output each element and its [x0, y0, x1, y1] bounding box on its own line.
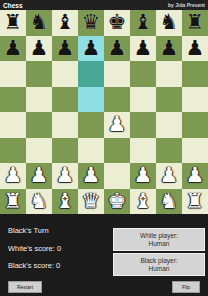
square-c8[interactable]: ♝ [52, 10, 78, 36]
square-g1[interactable]: ♞ [156, 189, 182, 215]
white-player-value: Human [149, 240, 170, 248]
black-rook-h8: ♜ [186, 10, 205, 35]
square-f7[interactable]: ♟ [130, 36, 156, 62]
white-rook-a1: ♜ [4, 189, 23, 214]
square-a2[interactable]: ♟ [0, 163, 26, 189]
white-pawn-d2: ♟ [82, 163, 101, 188]
square-d6[interactable] [78, 61, 104, 87]
white-player-selector[interactable]: White player: Human [113, 228, 205, 251]
black-bishop-f8: ♝ [134, 10, 153, 35]
black-pawn-a7: ♟ [4, 36, 23, 61]
black-pawn-d7: ♟ [82, 36, 101, 61]
square-e1[interactable]: ♚ [104, 189, 130, 215]
square-d5[interactable] [78, 87, 104, 113]
white-player-label: White player: [140, 232, 178, 240]
square-h3[interactable] [182, 138, 208, 164]
white-pawn-e4: ♟ [108, 112, 127, 137]
black-pawn-h7: ♟ [186, 36, 205, 61]
square-f1[interactable]: ♝ [130, 189, 156, 215]
square-h4[interactable] [182, 112, 208, 138]
square-b1[interactable]: ♞ [26, 189, 52, 215]
square-d2[interactable]: ♟ [78, 163, 104, 189]
white-knight-b1: ♞ [30, 189, 49, 214]
black-score-text: Black's score: 0 [8, 261, 60, 270]
square-c5[interactable] [52, 87, 78, 113]
square-c2[interactable]: ♟ [52, 163, 78, 189]
square-g2[interactable]: ♟ [156, 163, 182, 189]
white-pawn-a2: ♟ [4, 163, 23, 188]
square-e4[interactable]: ♟ [104, 112, 130, 138]
square-b2[interactable]: ♟ [26, 163, 52, 189]
square-b3[interactable] [26, 138, 52, 164]
white-score-text: White's score: 0 [8, 244, 61, 253]
black-king-e8: ♚ [108, 10, 127, 35]
white-bishop-c1: ♝ [56, 189, 75, 214]
square-f4[interactable] [130, 112, 156, 138]
white-bishop-f1: ♝ [134, 189, 153, 214]
square-d4[interactable] [78, 112, 104, 138]
square-a5[interactable] [0, 87, 26, 113]
white-rook-h1: ♜ [186, 189, 205, 214]
square-a6[interactable] [0, 61, 26, 87]
bottom-panel: Black's Turn White's score: 0 Black's sc… [0, 214, 208, 296]
app-byline: by Jida Present [168, 2, 205, 8]
square-h7[interactable]: ♟ [182, 36, 208, 62]
black-knight-g8: ♞ [160, 10, 179, 35]
square-c6[interactable] [52, 61, 78, 87]
square-g7[interactable]: ♟ [156, 36, 182, 62]
square-c7[interactable]: ♟ [52, 36, 78, 62]
square-e7[interactable]: ♟ [104, 36, 130, 62]
white-knight-g1: ♞ [160, 189, 179, 214]
square-d1[interactable]: ♛ [78, 189, 104, 215]
white-pawn-f2: ♟ [134, 163, 153, 188]
square-a4[interactable] [0, 112, 26, 138]
square-e3[interactable] [104, 138, 130, 164]
square-h6[interactable] [182, 61, 208, 87]
square-d7[interactable]: ♟ [78, 36, 104, 62]
chess-board: ♜♞♝♛♚♝♞♜♟♟♟♟♟♟♟♟♟♟♟♟♟♟♟♟♜♞♝♛♚♝♞♜ [0, 10, 208, 214]
square-e5[interactable] [104, 87, 130, 113]
chess-app-window: Chess by Jida Present ♜♞♝♛♚♝♞♜♟♟♟♟♟♟♟♟♟♟… [0, 0, 208, 296]
square-g6[interactable] [156, 61, 182, 87]
square-f5[interactable] [130, 87, 156, 113]
square-c3[interactable] [52, 138, 78, 164]
square-h1[interactable]: ♜ [182, 189, 208, 215]
app-title: Chess [3, 2, 23, 9]
white-pawn-c2: ♟ [56, 163, 75, 188]
square-e2[interactable] [104, 163, 130, 189]
square-f8[interactable]: ♝ [130, 10, 156, 36]
flip-button[interactable]: Flip [172, 281, 200, 293]
black-pawn-f7: ♟ [134, 36, 153, 61]
black-player-value: Human [149, 265, 170, 273]
white-pawn-b2: ♟ [30, 163, 49, 188]
square-f6[interactable] [130, 61, 156, 87]
black-pawn-e7: ♟ [108, 36, 127, 61]
white-pawn-h2: ♟ [186, 163, 205, 188]
white-king-e1: ♚ [108, 189, 127, 214]
black-player-label: Black player: [140, 257, 177, 265]
black-player-selector[interactable]: Black player: Human [113, 253, 205, 276]
square-a3[interactable] [0, 138, 26, 164]
black-pawn-b7: ♟ [30, 36, 49, 61]
square-b4[interactable] [26, 112, 52, 138]
black-pawn-c7: ♟ [56, 36, 75, 61]
black-rook-a8: ♜ [4, 10, 23, 35]
black-bishop-c8: ♝ [56, 10, 75, 35]
square-h2[interactable]: ♟ [182, 163, 208, 189]
square-g8[interactable]: ♞ [156, 10, 182, 36]
square-d8[interactable]: ♛ [78, 10, 104, 36]
square-d3[interactable] [78, 138, 104, 164]
square-h8[interactable]: ♜ [182, 10, 208, 36]
square-e6[interactable] [104, 61, 130, 87]
square-b5[interactable] [26, 87, 52, 113]
square-a1[interactable]: ♜ [0, 189, 26, 215]
restart-button[interactable]: Restart [8, 281, 42, 293]
square-f3[interactable] [130, 138, 156, 164]
square-g3[interactable] [156, 138, 182, 164]
white-pawn-g2: ♟ [160, 163, 179, 188]
square-e8[interactable]: ♚ [104, 10, 130, 36]
square-c1[interactable]: ♝ [52, 189, 78, 215]
white-queen-d1: ♛ [82, 189, 101, 214]
title-bar: Chess by Jida Present [0, 0, 208, 10]
black-pawn-g7: ♟ [160, 36, 179, 61]
black-queen-d8: ♛ [82, 10, 101, 35]
square-b7[interactable]: ♟ [26, 36, 52, 62]
square-g5[interactable] [156, 87, 182, 113]
square-g4[interactable] [156, 112, 182, 138]
square-b8[interactable]: ♞ [26, 10, 52, 36]
square-f2[interactable]: ♟ [130, 163, 156, 189]
black-knight-b8: ♞ [30, 10, 49, 35]
square-h5[interactable] [182, 87, 208, 113]
square-a8[interactable]: ♜ [0, 10, 26, 36]
square-b6[interactable] [26, 61, 52, 87]
square-c4[interactable] [52, 112, 78, 138]
square-a7[interactable]: ♟ [0, 36, 26, 62]
turn-indicator: Black's Turn [8, 226, 49, 235]
